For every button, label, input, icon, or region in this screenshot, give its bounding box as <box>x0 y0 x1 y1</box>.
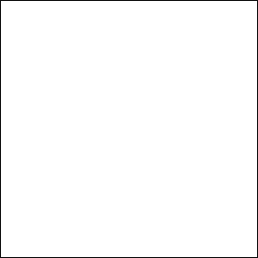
chess-board <box>0 0 258 258</box>
